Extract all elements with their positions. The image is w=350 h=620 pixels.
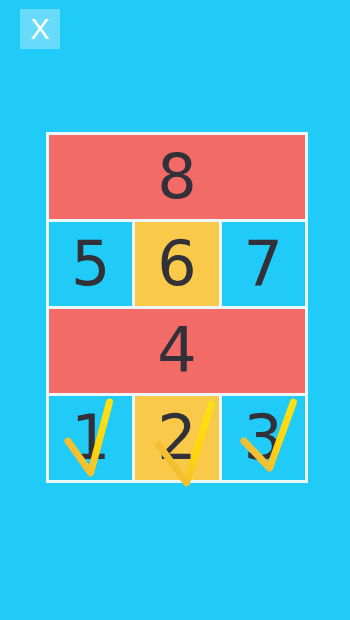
cell-2-digit: 2 bbox=[157, 407, 196, 469]
cell-8-digit: 8 bbox=[157, 146, 196, 208]
cell-3-digit: 3 bbox=[244, 407, 283, 469]
game-board: 8 5 6 7 4 1 bbox=[46, 132, 308, 483]
cell-3[interactable]: 3 bbox=[222, 396, 305, 480]
cell-2[interactable]: 2 bbox=[135, 396, 218, 480]
cell-4-digit: 4 bbox=[157, 320, 196, 382]
cell-8[interactable]: 8 bbox=[49, 135, 305, 219]
cell-6[interactable]: 6 bbox=[135, 222, 218, 306]
cell-7[interactable]: 7 bbox=[222, 222, 305, 306]
cell-1[interactable]: 1 bbox=[49, 396, 132, 480]
cell-1-digit: 1 bbox=[71, 407, 110, 469]
close-button[interactable]: X bbox=[20, 9, 60, 49]
cell-4[interactable]: 4 bbox=[49, 309, 305, 393]
cell-5[interactable]: 5 bbox=[49, 222, 132, 306]
cell-6-digit: 6 bbox=[157, 233, 196, 295]
cell-5-digit: 5 bbox=[71, 233, 110, 295]
cell-7-digit: 7 bbox=[244, 233, 283, 295]
